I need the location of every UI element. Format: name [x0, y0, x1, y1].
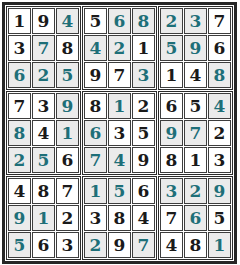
cell-r4c1[interactable]: 7 — [8, 93, 31, 119]
cell-r4c3[interactable]: 9 — [56, 93, 79, 119]
cell-r3c1[interactable]: 6 — [8, 62, 31, 88]
cell-r1c1[interactable]: 1 — [8, 8, 31, 34]
cell-r1c2[interactable]: 9 — [32, 8, 55, 34]
cell-r7c2[interactable]: 8 — [32, 178, 55, 204]
cell-r8c4[interactable]: 3 — [84, 205, 107, 231]
cell-r3c5[interactable]: 7 — [108, 62, 131, 88]
sudoku-box-5: 812635749 — [82, 91, 157, 175]
cell-r4c6[interactable]: 2 — [132, 93, 155, 119]
cell-r1c6[interactable]: 8 — [132, 8, 155, 34]
sudoku-box-7: 487912563 — [6, 176, 81, 260]
cell-r7c3[interactable]: 7 — [56, 178, 79, 204]
cell-r8c5[interactable]: 8 — [108, 205, 131, 231]
cell-r5c7[interactable]: 9 — [160, 120, 183, 146]
cell-r9c4[interactable]: 2 — [84, 232, 107, 258]
cell-r7c6[interactable]: 6 — [132, 178, 155, 204]
cell-r7c7[interactable]: 3 — [160, 178, 183, 204]
cell-r3c2[interactable]: 2 — [32, 62, 55, 88]
cell-r1c8[interactable]: 3 — [184, 8, 207, 34]
cell-r6c8[interactable]: 1 — [184, 147, 207, 173]
cell-r9c6[interactable]: 7 — [132, 232, 155, 258]
cell-r3c3[interactable]: 5 — [56, 62, 79, 88]
cell-r5c4[interactable]: 6 — [84, 120, 107, 146]
cell-r8c1[interactable]: 9 — [8, 205, 31, 231]
cell-r1c5[interactable]: 6 — [108, 8, 131, 34]
cell-r4c5[interactable]: 1 — [108, 93, 131, 119]
cell-r7c9[interactable]: 9 — [208, 178, 231, 204]
cell-r8c3[interactable]: 2 — [56, 205, 79, 231]
cell-r4c2[interactable]: 3 — [32, 93, 55, 119]
sudoku-box-4: 739841256 — [6, 91, 81, 175]
cell-r6c5[interactable]: 4 — [108, 147, 131, 173]
sudoku-box-3: 237596148 — [158, 6, 233, 90]
cell-r1c7[interactable]: 2 — [160, 8, 183, 34]
cell-r9c1[interactable]: 5 — [8, 232, 31, 258]
cell-r3c9[interactable]: 8 — [208, 62, 231, 88]
cell-r3c4[interactable]: 9 — [84, 62, 107, 88]
cell-r2c8[interactable]: 9 — [184, 35, 207, 61]
cell-r4c9[interactable]: 4 — [208, 93, 231, 119]
sudoku-box-1: 194378625 — [6, 6, 81, 90]
cell-r2c9[interactable]: 6 — [208, 35, 231, 61]
cell-r2c3[interactable]: 8 — [56, 35, 79, 61]
cell-r6c1[interactable]: 2 — [8, 147, 31, 173]
sudoku-board: 1943786255684219732375961487398412568126… — [2, 2, 237, 264]
cell-r6c9[interactable]: 3 — [208, 147, 231, 173]
cell-r2c2[interactable]: 7 — [32, 35, 55, 61]
cell-r9c3[interactable]: 3 — [56, 232, 79, 258]
cell-r9c7[interactable]: 4 — [160, 232, 183, 258]
cell-r6c3[interactable]: 6 — [56, 147, 79, 173]
cell-r3c6[interactable]: 3 — [132, 62, 155, 88]
cell-r3c7[interactable]: 1 — [160, 62, 183, 88]
cell-r9c5[interactable]: 9 — [108, 232, 131, 258]
cell-r9c9[interactable]: 1 — [208, 232, 231, 258]
cell-r7c4[interactable]: 1 — [84, 178, 107, 204]
cell-r6c2[interactable]: 5 — [32, 147, 55, 173]
cell-r5c1[interactable]: 8 — [8, 120, 31, 146]
cell-r1c3[interactable]: 4 — [56, 8, 79, 34]
cell-r8c2[interactable]: 1 — [32, 205, 55, 231]
sudoku-box-2: 568421973 — [82, 6, 157, 90]
cell-r9c2[interactable]: 6 — [32, 232, 55, 258]
cell-r9c8[interactable]: 8 — [184, 232, 207, 258]
cell-r6c7[interactable]: 8 — [160, 147, 183, 173]
cell-r4c7[interactable]: 6 — [160, 93, 183, 119]
cell-r1c9[interactable]: 7 — [208, 8, 231, 34]
cell-r5c2[interactable]: 4 — [32, 120, 55, 146]
cell-r4c8[interactable]: 5 — [184, 93, 207, 119]
cell-r6c6[interactable]: 9 — [132, 147, 155, 173]
cell-r2c1[interactable]: 3 — [8, 35, 31, 61]
cell-r7c1[interactable]: 4 — [8, 178, 31, 204]
cell-r5c5[interactable]: 3 — [108, 120, 131, 146]
sudoku-box-6: 654972813 — [158, 91, 233, 175]
cell-r5c8[interactable]: 7 — [184, 120, 207, 146]
cell-r8c6[interactable]: 4 — [132, 205, 155, 231]
cell-r8c8[interactable]: 6 — [184, 205, 207, 231]
cell-r5c9[interactable]: 2 — [208, 120, 231, 146]
cell-r3c8[interactable]: 4 — [184, 62, 207, 88]
sudoku-box-9: 329765481 — [158, 176, 233, 260]
cell-r5c3[interactable]: 1 — [56, 120, 79, 146]
cell-r7c5[interactable]: 5 — [108, 178, 131, 204]
cell-r6c4[interactable]: 7 — [84, 147, 107, 173]
cell-r7c8[interactable]: 2 — [184, 178, 207, 204]
cell-r5c6[interactable]: 5 — [132, 120, 155, 146]
cell-r1c4[interactable]: 5 — [84, 8, 107, 34]
cell-r8c7[interactable]: 7 — [160, 205, 183, 231]
cell-r2c5[interactable]: 2 — [108, 35, 131, 61]
cell-r4c4[interactable]: 8 — [84, 93, 107, 119]
cell-r2c4[interactable]: 4 — [84, 35, 107, 61]
cell-r8c9[interactable]: 5 — [208, 205, 231, 231]
cell-r2c6[interactable]: 1 — [132, 35, 155, 61]
cell-r2c7[interactable]: 5 — [160, 35, 183, 61]
sudoku-box-8: 156384297 — [82, 176, 157, 260]
